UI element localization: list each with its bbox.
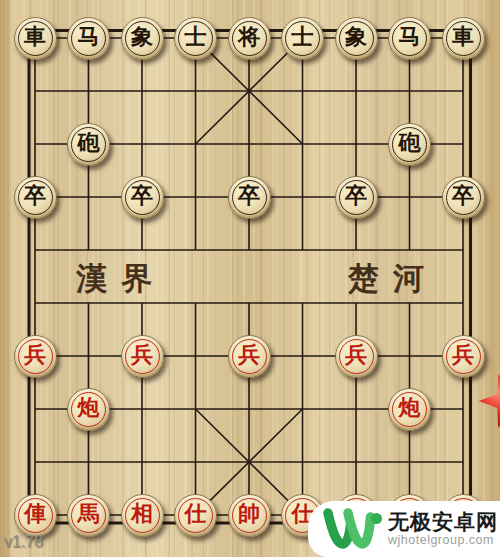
piece-black-soldier[interactable]: 卒 xyxy=(14,176,57,219)
piece-black-advisor[interactable]: 士 xyxy=(174,17,217,60)
piece-glyph: 帥 xyxy=(238,503,260,525)
piece-red-horse[interactable]: 馬 xyxy=(67,494,110,537)
piece-red-cannon[interactable]: 炮 xyxy=(67,388,110,431)
piece-glyph: 仕 xyxy=(185,503,207,525)
piece-red-elephant[interactable]: 相 xyxy=(121,494,164,537)
piece-glyph: 馬 xyxy=(78,503,100,525)
watermark-badge: 无极安卓网 wjhotelgroup.com xyxy=(308,501,500,557)
piece-black-soldier[interactable]: 卒 xyxy=(121,176,164,219)
piece-glyph: 兵 xyxy=(131,344,153,366)
piece-glyph: 士 xyxy=(292,26,314,48)
version-label: v1.78 xyxy=(4,533,43,551)
piece-red-soldier[interactable]: 兵 xyxy=(14,335,57,378)
watermark-site-name: 无极安卓网 xyxy=(388,511,498,533)
piece-glyph: 砲 xyxy=(78,132,100,154)
piece-red-general[interactable]: 帥 xyxy=(228,494,271,537)
green-w-logo-icon xyxy=(320,505,382,553)
piece-black-horse[interactable]: 马 xyxy=(67,17,110,60)
piece-black-elephant[interactable]: 象 xyxy=(335,17,378,60)
piece-glyph: 兵 xyxy=(24,344,46,366)
xiangqi-app-screen: 漢界 楚河 車马象士将士象马車砲砲卒卒卒卒卒兵兵兵兵兵炮炮俥馬相仕帥仕相馬俥 v… xyxy=(0,0,500,557)
piece-black-cannon[interactable]: 砲 xyxy=(67,123,110,166)
piece-glyph: 卒 xyxy=(24,185,46,207)
piece-glyph: 卒 xyxy=(345,185,367,207)
piece-red-advisor[interactable]: 仕 xyxy=(174,494,217,537)
xiangqi-board[interactable]: 車马象士将士象马車砲砲卒卒卒卒卒兵兵兵兵兵炮炮俥馬相仕帥仕相馬俥 xyxy=(8,12,490,542)
piece-black-soldier[interactable]: 卒 xyxy=(335,176,378,219)
piece-glyph: 兵 xyxy=(238,344,260,366)
piece-glyph: 马 xyxy=(78,26,100,48)
piece-black-general[interactable]: 将 xyxy=(228,17,271,60)
piece-black-soldier[interactable]: 卒 xyxy=(228,176,271,219)
piece-glyph: 卒 xyxy=(131,185,153,207)
piece-black-chariot[interactable]: 車 xyxy=(14,17,57,60)
red-star-icon xyxy=(477,371,500,431)
piece-glyph: 士 xyxy=(185,26,207,48)
piece-black-horse[interactable]: 马 xyxy=(388,17,431,60)
piece-glyph: 砲 xyxy=(399,132,421,154)
piece-glyph: 車 xyxy=(24,26,46,48)
piece-glyph: 将 xyxy=(238,26,260,48)
piece-red-soldier[interactable]: 兵 xyxy=(121,335,164,378)
piece-black-advisor[interactable]: 士 xyxy=(281,17,324,60)
piece-glyph: 象 xyxy=(345,26,367,48)
piece-black-elephant[interactable]: 象 xyxy=(121,17,164,60)
piece-glyph: 車 xyxy=(452,26,474,48)
piece-glyph: 俥 xyxy=(24,503,46,525)
piece-glyph: 炮 xyxy=(78,397,100,419)
piece-red-cannon[interactable]: 炮 xyxy=(388,388,431,431)
piece-black-cannon[interactable]: 砲 xyxy=(388,123,431,166)
watermark-site-url: wjhotelgroup.com xyxy=(388,534,498,547)
piece-glyph: 兵 xyxy=(452,344,474,366)
piece-red-soldier[interactable]: 兵 xyxy=(228,335,271,378)
piece-glyph: 卒 xyxy=(238,185,260,207)
piece-glyph: 象 xyxy=(131,26,153,48)
piece-glyph: 马 xyxy=(399,26,421,48)
piece-red-soldier[interactable]: 兵 xyxy=(335,335,378,378)
piece-black-soldier[interactable]: 卒 xyxy=(442,176,485,219)
piece-red-chariot[interactable]: 俥 xyxy=(14,494,57,537)
piece-glyph: 炮 xyxy=(399,397,421,419)
piece-glyph: 兵 xyxy=(345,344,367,366)
piece-black-chariot[interactable]: 車 xyxy=(442,17,485,60)
piece-glyph: 卒 xyxy=(452,185,474,207)
piece-glyph: 相 xyxy=(131,503,153,525)
